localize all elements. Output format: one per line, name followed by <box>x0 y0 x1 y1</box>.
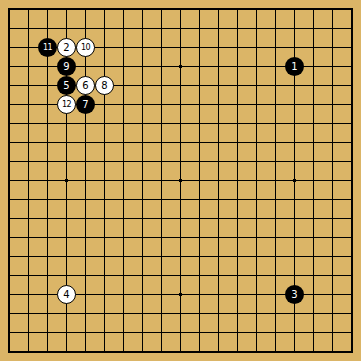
intersection[interactable] <box>171 152 190 171</box>
intersection[interactable] <box>266 57 285 76</box>
intersection[interactable] <box>247 209 266 228</box>
intersection[interactable] <box>304 133 323 152</box>
intersection[interactable] <box>190 114 209 133</box>
intersection[interactable] <box>228 76 247 95</box>
intersection[interactable] <box>76 285 95 304</box>
intersection[interactable] <box>323 114 342 133</box>
intersection[interactable] <box>266 285 285 304</box>
intersection[interactable] <box>171 247 190 266</box>
intersection[interactable] <box>209 190 228 209</box>
intersection[interactable] <box>133 247 152 266</box>
intersection[interactable] <box>57 266 76 285</box>
intersection[interactable] <box>19 76 38 95</box>
intersection[interactable] <box>209 171 228 190</box>
intersection[interactable] <box>209 152 228 171</box>
intersection[interactable] <box>266 247 285 266</box>
intersection[interactable] <box>114 152 133 171</box>
intersection[interactable] <box>152 38 171 57</box>
stone-white-2[interactable]: 2 <box>57 38 76 57</box>
intersection[interactable] <box>228 0 247 19</box>
intersection[interactable] <box>285 38 304 57</box>
intersection[interactable] <box>0 228 19 247</box>
intersection[interactable] <box>38 95 57 114</box>
intersection[interactable] <box>0 266 19 285</box>
intersection[interactable] <box>152 57 171 76</box>
intersection[interactable] <box>304 57 323 76</box>
intersection[interactable] <box>209 76 228 95</box>
intersection[interactable] <box>323 323 342 342</box>
intersection[interactable] <box>247 304 266 323</box>
intersection[interactable] <box>266 76 285 95</box>
intersection[interactable] <box>285 247 304 266</box>
intersection[interactable] <box>209 0 228 19</box>
intersection[interactable] <box>228 152 247 171</box>
intersection[interactable] <box>76 323 95 342</box>
intersection[interactable] <box>285 304 304 323</box>
intersection[interactable] <box>38 342 57 361</box>
intersection[interactable] <box>171 228 190 247</box>
intersection[interactable] <box>19 114 38 133</box>
intersection[interactable] <box>152 323 171 342</box>
intersection[interactable] <box>304 228 323 247</box>
intersection[interactable] <box>38 285 57 304</box>
intersection[interactable] <box>285 171 304 190</box>
intersection[interactable] <box>171 0 190 19</box>
intersection[interactable] <box>114 266 133 285</box>
intersection[interactable] <box>0 0 19 19</box>
intersection[interactable] <box>19 342 38 361</box>
intersection[interactable] <box>247 228 266 247</box>
intersection[interactable] <box>0 171 19 190</box>
intersection[interactable] <box>171 323 190 342</box>
intersection[interactable] <box>152 304 171 323</box>
intersection[interactable] <box>19 266 38 285</box>
intersection[interactable] <box>266 38 285 57</box>
intersection[interactable] <box>152 95 171 114</box>
intersection[interactable] <box>285 323 304 342</box>
intersection[interactable] <box>114 114 133 133</box>
intersection[interactable] <box>342 323 361 342</box>
intersection[interactable] <box>304 152 323 171</box>
intersection[interactable] <box>304 342 323 361</box>
intersection[interactable] <box>323 152 342 171</box>
intersection[interactable] <box>323 190 342 209</box>
intersection[interactable] <box>342 114 361 133</box>
intersection[interactable] <box>304 247 323 266</box>
intersection[interactable] <box>133 57 152 76</box>
intersection[interactable] <box>0 114 19 133</box>
intersection[interactable] <box>266 190 285 209</box>
intersection[interactable] <box>57 152 76 171</box>
intersection[interactable] <box>228 95 247 114</box>
intersection[interactable] <box>190 304 209 323</box>
intersection[interactable] <box>133 171 152 190</box>
intersection[interactable] <box>76 190 95 209</box>
intersection[interactable] <box>323 285 342 304</box>
intersection[interactable] <box>76 266 95 285</box>
intersection[interactable] <box>0 57 19 76</box>
intersection[interactable] <box>190 285 209 304</box>
intersection[interactable] <box>304 19 323 38</box>
intersection[interactable] <box>171 76 190 95</box>
intersection[interactable] <box>114 38 133 57</box>
intersection[interactable] <box>38 152 57 171</box>
intersection[interactable] <box>0 76 19 95</box>
intersection[interactable] <box>114 323 133 342</box>
intersection[interactable] <box>342 57 361 76</box>
intersection[interactable] <box>247 171 266 190</box>
intersection[interactable] <box>228 171 247 190</box>
intersection[interactable] <box>133 304 152 323</box>
intersection[interactable] <box>247 342 266 361</box>
intersection[interactable] <box>19 190 38 209</box>
intersection[interactable] <box>133 114 152 133</box>
intersection[interactable] <box>228 19 247 38</box>
intersection[interactable] <box>57 133 76 152</box>
intersection[interactable] <box>209 228 228 247</box>
intersection[interactable] <box>190 152 209 171</box>
intersection[interactable] <box>38 19 57 38</box>
intersection[interactable] <box>285 76 304 95</box>
intersection[interactable] <box>342 0 361 19</box>
intersection[interactable] <box>114 190 133 209</box>
intersection[interactable] <box>171 19 190 38</box>
intersection[interactable] <box>266 266 285 285</box>
intersection[interactable] <box>114 171 133 190</box>
intersection[interactable] <box>247 0 266 19</box>
intersection[interactable] <box>285 266 304 285</box>
intersection[interactable] <box>19 171 38 190</box>
intersection[interactable] <box>228 342 247 361</box>
intersection[interactable] <box>228 133 247 152</box>
intersection[interactable] <box>266 228 285 247</box>
intersection[interactable] <box>323 247 342 266</box>
intersection[interactable] <box>38 304 57 323</box>
intersection[interactable] <box>133 95 152 114</box>
intersection[interactable] <box>323 133 342 152</box>
intersection[interactable] <box>95 266 114 285</box>
intersection[interactable] <box>209 323 228 342</box>
intersection[interactable] <box>323 57 342 76</box>
intersection[interactable] <box>247 133 266 152</box>
intersection[interactable] <box>304 190 323 209</box>
intersection[interactable] <box>285 152 304 171</box>
intersection[interactable] <box>76 114 95 133</box>
intersection[interactable] <box>95 19 114 38</box>
intersection[interactable] <box>76 304 95 323</box>
intersection[interactable] <box>19 133 38 152</box>
intersection[interactable] <box>114 285 133 304</box>
intersection[interactable] <box>247 190 266 209</box>
intersection[interactable] <box>171 114 190 133</box>
intersection[interactable] <box>304 323 323 342</box>
intersection[interactable] <box>95 323 114 342</box>
intersection[interactable] <box>342 228 361 247</box>
intersection[interactable] <box>247 19 266 38</box>
intersection[interactable] <box>95 304 114 323</box>
intersection[interactable] <box>247 114 266 133</box>
intersection[interactable] <box>323 304 342 323</box>
intersection[interactable] <box>152 152 171 171</box>
intersection[interactable] <box>152 114 171 133</box>
intersection[interactable] <box>323 266 342 285</box>
intersection[interactable] <box>171 266 190 285</box>
intersection[interactable] <box>266 133 285 152</box>
intersection[interactable] <box>209 19 228 38</box>
intersection[interactable] <box>19 95 38 114</box>
intersection[interactable] <box>0 323 19 342</box>
intersection[interactable] <box>95 247 114 266</box>
intersection[interactable] <box>342 304 361 323</box>
stone-white-10[interactable]: 10 <box>76 38 95 57</box>
intersection[interactable] <box>38 133 57 152</box>
intersection[interactable] <box>342 285 361 304</box>
intersection[interactable] <box>247 57 266 76</box>
intersection[interactable] <box>76 209 95 228</box>
intersection[interactable] <box>0 304 19 323</box>
intersection[interactable] <box>114 209 133 228</box>
intersection[interactable] <box>190 76 209 95</box>
intersection[interactable] <box>133 133 152 152</box>
intersection[interactable] <box>76 19 95 38</box>
intersection[interactable] <box>19 38 38 57</box>
stone-black-11[interactable]: 11 <box>38 38 57 57</box>
intersection[interactable] <box>228 190 247 209</box>
intersection[interactable] <box>323 209 342 228</box>
intersection[interactable] <box>114 304 133 323</box>
intersection[interactable] <box>133 228 152 247</box>
intersection[interactable] <box>285 19 304 38</box>
intersection[interactable] <box>342 152 361 171</box>
intersection[interactable] <box>57 19 76 38</box>
intersection[interactable] <box>266 342 285 361</box>
intersection[interactable] <box>304 76 323 95</box>
intersection[interactable] <box>342 209 361 228</box>
intersection[interactable] <box>38 323 57 342</box>
intersection[interactable] <box>228 209 247 228</box>
intersection[interactable] <box>114 0 133 19</box>
intersection[interactable] <box>323 95 342 114</box>
intersection[interactable] <box>152 285 171 304</box>
intersection[interactable] <box>133 323 152 342</box>
intersection[interactable] <box>228 323 247 342</box>
intersection[interactable] <box>57 190 76 209</box>
intersection[interactable] <box>76 171 95 190</box>
intersection[interactable] <box>266 19 285 38</box>
intersection[interactable] <box>342 266 361 285</box>
intersection[interactable] <box>133 76 152 95</box>
intersection[interactable] <box>19 304 38 323</box>
intersection[interactable] <box>247 285 266 304</box>
intersection[interactable] <box>133 0 152 19</box>
intersection[interactable] <box>228 285 247 304</box>
intersection[interactable] <box>95 0 114 19</box>
intersection[interactable] <box>57 247 76 266</box>
intersection[interactable] <box>342 190 361 209</box>
intersection[interactable] <box>190 57 209 76</box>
intersection[interactable] <box>190 171 209 190</box>
intersection[interactable] <box>171 57 190 76</box>
intersection[interactable] <box>190 209 209 228</box>
intersection[interactable] <box>114 133 133 152</box>
intersection[interactable] <box>171 133 190 152</box>
intersection[interactable] <box>38 247 57 266</box>
intersection[interactable] <box>209 266 228 285</box>
intersection[interactable] <box>95 342 114 361</box>
intersection[interactable] <box>247 266 266 285</box>
intersection[interactable] <box>57 209 76 228</box>
intersection[interactable] <box>266 304 285 323</box>
intersection[interactable] <box>152 228 171 247</box>
intersection[interactable] <box>133 19 152 38</box>
intersection[interactable] <box>247 38 266 57</box>
intersection[interactable] <box>171 190 190 209</box>
stone-black-9[interactable]: 9 <box>57 57 76 76</box>
intersection[interactable] <box>152 247 171 266</box>
intersection[interactable] <box>76 0 95 19</box>
intersection[interactable] <box>304 95 323 114</box>
intersection[interactable] <box>323 171 342 190</box>
intersection[interactable] <box>152 133 171 152</box>
intersection[interactable] <box>133 266 152 285</box>
intersection[interactable] <box>247 95 266 114</box>
intersection[interactable] <box>152 190 171 209</box>
intersection[interactable] <box>266 171 285 190</box>
intersection[interactable] <box>190 228 209 247</box>
intersection[interactable] <box>228 38 247 57</box>
intersection[interactable] <box>0 247 19 266</box>
intersection[interactable] <box>57 342 76 361</box>
intersection[interactable] <box>38 57 57 76</box>
intersection[interactable] <box>190 190 209 209</box>
intersection[interactable] <box>57 323 76 342</box>
intersection[interactable] <box>190 323 209 342</box>
stone-black-1[interactable]: 1 <box>285 57 304 76</box>
intersection[interactable] <box>114 76 133 95</box>
intersection[interactable] <box>0 38 19 57</box>
intersection[interactable] <box>228 114 247 133</box>
intersection[interactable] <box>285 0 304 19</box>
intersection[interactable] <box>57 304 76 323</box>
intersection[interactable] <box>57 228 76 247</box>
intersection[interactable] <box>0 152 19 171</box>
intersection[interactable] <box>95 228 114 247</box>
intersection[interactable] <box>190 342 209 361</box>
intersection[interactable] <box>19 323 38 342</box>
intersection[interactable] <box>342 133 361 152</box>
intersection[interactable] <box>209 304 228 323</box>
intersection[interactable] <box>76 342 95 361</box>
intersection[interactable] <box>133 152 152 171</box>
intersection[interactable] <box>285 342 304 361</box>
intersection[interactable] <box>38 76 57 95</box>
intersection[interactable] <box>114 247 133 266</box>
intersection[interactable] <box>209 342 228 361</box>
intersection[interactable] <box>95 285 114 304</box>
intersection[interactable] <box>247 323 266 342</box>
intersection[interactable] <box>304 114 323 133</box>
intersection[interactable] <box>323 19 342 38</box>
intersection[interactable] <box>209 133 228 152</box>
intersection[interactable] <box>19 57 38 76</box>
intersection[interactable] <box>133 209 152 228</box>
intersection[interactable] <box>95 38 114 57</box>
intersection[interactable] <box>171 342 190 361</box>
intersection[interactable] <box>304 209 323 228</box>
intersection[interactable] <box>152 76 171 95</box>
intersection[interactable] <box>38 171 57 190</box>
intersection[interactable] <box>95 190 114 209</box>
intersection[interactable] <box>304 38 323 57</box>
stone-black-3[interactable]: 3 <box>285 285 304 304</box>
intersection[interactable] <box>342 95 361 114</box>
stone-white-12[interactable]: 12 <box>57 95 76 114</box>
intersection[interactable] <box>209 114 228 133</box>
intersection[interactable] <box>304 304 323 323</box>
intersection[interactable] <box>342 247 361 266</box>
intersection[interactable] <box>95 57 114 76</box>
intersection[interactable] <box>342 171 361 190</box>
intersection[interactable] <box>285 228 304 247</box>
intersection[interactable] <box>228 57 247 76</box>
intersection[interactable] <box>209 285 228 304</box>
intersection[interactable] <box>114 342 133 361</box>
intersection[interactable] <box>342 19 361 38</box>
intersection[interactable] <box>76 228 95 247</box>
intersection[interactable] <box>190 133 209 152</box>
intersection[interactable] <box>19 19 38 38</box>
intersection[interactable] <box>19 285 38 304</box>
intersection[interactable] <box>95 114 114 133</box>
intersection[interactable] <box>57 171 76 190</box>
intersection[interactable] <box>304 266 323 285</box>
intersection[interactable] <box>38 266 57 285</box>
intersection[interactable] <box>171 38 190 57</box>
intersection[interactable] <box>190 0 209 19</box>
intersection[interactable] <box>38 228 57 247</box>
intersection[interactable] <box>342 38 361 57</box>
intersection[interactable] <box>171 171 190 190</box>
intersection[interactable] <box>95 133 114 152</box>
intersection[interactable] <box>209 57 228 76</box>
intersection[interactable] <box>342 342 361 361</box>
intersection[interactable] <box>190 247 209 266</box>
intersection[interactable] <box>228 304 247 323</box>
intersection[interactable] <box>266 95 285 114</box>
intersection[interactable] <box>133 342 152 361</box>
stone-white-6[interactable]: 6 <box>76 76 95 95</box>
intersection[interactable] <box>304 0 323 19</box>
intersection[interactable] <box>171 95 190 114</box>
intersection[interactable] <box>266 152 285 171</box>
intersection[interactable] <box>95 152 114 171</box>
intersection[interactable] <box>209 209 228 228</box>
stone-black-7[interactable]: 7 <box>76 95 95 114</box>
intersection[interactable] <box>19 247 38 266</box>
intersection[interactable] <box>171 304 190 323</box>
intersection[interactable] <box>228 228 247 247</box>
intersection[interactable] <box>95 209 114 228</box>
intersection[interactable] <box>323 38 342 57</box>
intersection[interactable] <box>38 190 57 209</box>
intersection[interactable] <box>266 209 285 228</box>
intersection[interactable] <box>323 342 342 361</box>
intersection[interactable] <box>152 342 171 361</box>
intersection[interactable] <box>0 19 19 38</box>
intersection[interactable] <box>285 95 304 114</box>
stone-black-5[interactable]: 5 <box>57 76 76 95</box>
stone-white-8[interactable]: 8 <box>95 76 114 95</box>
